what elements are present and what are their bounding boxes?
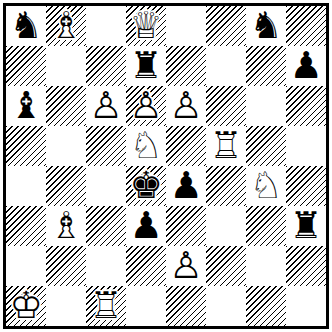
square-a5[interactable] xyxy=(6,126,46,166)
piece-halo: ♟ xyxy=(86,86,126,126)
square-c7[interactable] xyxy=(86,46,126,86)
piece-black-pawn-icon: ♟ xyxy=(166,166,206,206)
square-d1[interactable] xyxy=(126,286,166,326)
square-g5[interactable] xyxy=(246,126,286,166)
piece-halo: ♟ xyxy=(126,86,166,126)
square-e8[interactable] xyxy=(166,6,206,46)
square-d4[interactable]: ♚♚ xyxy=(126,166,166,206)
square-f6[interactable] xyxy=(206,86,246,126)
square-c5[interactable] xyxy=(86,126,126,166)
square-a4[interactable] xyxy=(6,166,46,206)
square-a1[interactable]: ♚♔ xyxy=(6,286,46,326)
square-e7[interactable] xyxy=(166,46,206,86)
piece-white-knight-icon: ♘ xyxy=(126,126,166,166)
piece-halo: ♛ xyxy=(126,6,166,46)
piece-white-pawn-icon: ♙ xyxy=(166,246,206,286)
chess-board: ♞♞♝♗♛♕♞♞♜♜♟♟♝♝♟♙♟♙♟♙♞♘♜♖♚♚♟♟♞♘♝♗♟♟♜♜♟♙♚♔… xyxy=(3,3,329,329)
square-h5[interactable] xyxy=(286,126,326,166)
square-c4[interactable] xyxy=(86,166,126,206)
square-f8[interactable] xyxy=(206,6,246,46)
square-e6[interactable]: ♟♙ xyxy=(166,86,206,126)
square-d8[interactable]: ♛♕ xyxy=(126,6,166,46)
square-h1[interactable] xyxy=(286,286,326,326)
square-d7[interactable]: ♜♜ xyxy=(126,46,166,86)
piece-halo: ♝ xyxy=(46,206,86,246)
square-h7[interactable]: ♟♟ xyxy=(286,46,326,86)
square-c2[interactable] xyxy=(86,246,126,286)
square-b3[interactable]: ♝♗ xyxy=(46,206,86,246)
piece-black-pawn-icon: ♟ xyxy=(126,206,166,246)
piece-white-pawn-icon: ♙ xyxy=(166,86,206,126)
square-f4[interactable] xyxy=(206,166,246,206)
piece-white-rook-icon: ♖ xyxy=(86,286,126,326)
piece-white-queen-icon: ♕ xyxy=(126,6,166,46)
square-g7[interactable] xyxy=(246,46,286,86)
piece-black-bishop-icon: ♝ xyxy=(6,86,46,126)
square-f7[interactable] xyxy=(206,46,246,86)
piece-white-pawn-icon: ♙ xyxy=(126,86,166,126)
square-h4[interactable] xyxy=(286,166,326,206)
square-a7[interactable] xyxy=(6,46,46,86)
piece-halo: ♞ xyxy=(6,6,46,46)
piece-halo: ♜ xyxy=(286,206,326,246)
square-f5[interactable]: ♜♖ xyxy=(206,126,246,166)
piece-white-knight-icon: ♘ xyxy=(246,166,286,206)
square-e5[interactable] xyxy=(166,126,206,166)
piece-halo: ♚ xyxy=(6,286,46,326)
piece-white-bishop-icon: ♗ xyxy=(46,206,86,246)
square-b6[interactable] xyxy=(46,86,86,126)
square-a2[interactable] xyxy=(6,246,46,286)
square-b5[interactable] xyxy=(46,126,86,166)
piece-halo: ♞ xyxy=(246,166,286,206)
piece-black-rook-icon: ♜ xyxy=(286,206,326,246)
square-g2[interactable] xyxy=(246,246,286,286)
square-a6[interactable]: ♝♝ xyxy=(6,86,46,126)
square-d6[interactable]: ♟♙ xyxy=(126,86,166,126)
square-g4[interactable]: ♞♘ xyxy=(246,166,286,206)
square-d2[interactable] xyxy=(126,246,166,286)
piece-halo: ♞ xyxy=(246,6,286,46)
square-a3[interactable] xyxy=(6,206,46,246)
piece-halo: ♟ xyxy=(166,166,206,206)
square-c3[interactable] xyxy=(86,206,126,246)
square-b8[interactable]: ♝♗ xyxy=(46,6,86,46)
square-g8[interactable]: ♞♞ xyxy=(246,6,286,46)
square-h6[interactable] xyxy=(286,86,326,126)
square-e1[interactable] xyxy=(166,286,206,326)
square-h3[interactable]: ♜♜ xyxy=(286,206,326,246)
square-b7[interactable] xyxy=(46,46,86,86)
square-c1[interactable]: ♜♖ xyxy=(86,286,126,326)
piece-white-king-icon: ♔ xyxy=(6,286,46,326)
square-e2[interactable]: ♟♙ xyxy=(166,246,206,286)
piece-halo: ♟ xyxy=(286,46,326,86)
piece-white-pawn-icon: ♙ xyxy=(86,86,126,126)
square-c8[interactable] xyxy=(86,6,126,46)
square-f3[interactable] xyxy=(206,206,246,246)
square-g6[interactable] xyxy=(246,86,286,126)
square-h2[interactable] xyxy=(286,246,326,286)
square-d3[interactable]: ♟♟ xyxy=(126,206,166,246)
square-d5[interactable]: ♞♘ xyxy=(126,126,166,166)
piece-black-pawn-icon: ♟ xyxy=(286,46,326,86)
piece-halo: ♝ xyxy=(46,6,86,46)
square-a8[interactable]: ♞♞ xyxy=(6,6,46,46)
piece-halo: ♝ xyxy=(6,86,46,126)
piece-black-knight-icon: ♞ xyxy=(6,6,46,46)
piece-black-king-icon: ♚ xyxy=(126,166,166,206)
piece-halo: ♞ xyxy=(126,126,166,166)
piece-halo: ♜ xyxy=(86,286,126,326)
square-b2[interactable] xyxy=(46,246,86,286)
piece-black-rook-icon: ♜ xyxy=(126,46,166,86)
piece-halo: ♟ xyxy=(166,246,206,286)
square-b4[interactable] xyxy=(46,166,86,206)
square-f2[interactable] xyxy=(206,246,246,286)
piece-white-rook-icon: ♖ xyxy=(206,126,246,166)
piece-halo: ♚ xyxy=(126,166,166,206)
square-c6[interactable]: ♟♙ xyxy=(86,86,126,126)
piece-halo: ♜ xyxy=(206,126,246,166)
diagram-frame: ♞♞♝♗♛♕♞♞♜♜♟♟♝♝♟♙♟♙♟♙♞♘♜♖♚♚♟♟♞♘♝♗♟♟♜♜♟♙♚♔… xyxy=(0,0,332,332)
piece-halo: ♟ xyxy=(166,86,206,126)
square-e4[interactable]: ♟♟ xyxy=(166,166,206,206)
piece-white-bishop-icon: ♗ xyxy=(46,6,86,46)
square-g1[interactable] xyxy=(246,286,286,326)
piece-halo: ♜ xyxy=(126,46,166,86)
piece-halo: ♟ xyxy=(126,206,166,246)
square-g3[interactable] xyxy=(246,206,286,246)
piece-black-knight-icon: ♞ xyxy=(246,6,286,46)
square-b1[interactable] xyxy=(46,286,86,326)
square-f1[interactable] xyxy=(206,286,246,326)
square-e3[interactable] xyxy=(166,206,206,246)
square-h8[interactable] xyxy=(286,6,326,46)
